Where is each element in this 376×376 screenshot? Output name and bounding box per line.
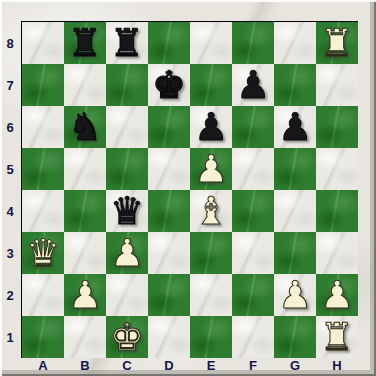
square-b5[interactable] (64, 148, 106, 190)
file-label-d: D (148, 357, 190, 373)
square-b1[interactable] (64, 316, 106, 358)
square-a4[interactable] (22, 190, 64, 232)
square-h3[interactable] (316, 232, 358, 274)
square-d3[interactable] (148, 232, 190, 274)
square-e6[interactable]: ♟ (190, 106, 232, 148)
square-f6[interactable] (232, 106, 274, 148)
square-a7[interactable] (22, 64, 64, 106)
square-c5[interactable] (106, 148, 148, 190)
piece-white-pawn[interactable]: ♟ (316, 274, 358, 316)
square-f3[interactable] (232, 232, 274, 274)
square-d7[interactable]: ♚ (148, 64, 190, 106)
piece-black-queen[interactable]: ♛ (106, 190, 148, 232)
square-c3[interactable]: ♟ (106, 232, 148, 274)
square-c8[interactable]: ♜ (106, 22, 148, 64)
square-e1[interactable] (190, 316, 232, 358)
square-a3[interactable]: ♛ (22, 232, 64, 274)
piece-white-bishop[interactable]: ♝ (190, 190, 232, 232)
piece-white-king[interactable]: ♚ (106, 316, 148, 358)
square-b4[interactable] (64, 190, 106, 232)
piece-white-pawn[interactable]: ♟ (190, 148, 232, 190)
file-label-g: G (274, 357, 316, 373)
square-h6[interactable] (316, 106, 358, 148)
piece-black-rook[interactable]: ♜ (106, 22, 148, 64)
square-f4[interactable] (232, 190, 274, 232)
square-h4[interactable] (316, 190, 358, 232)
square-h2[interactable]: ♟ (316, 274, 358, 316)
square-b2[interactable]: ♟ (64, 274, 106, 316)
square-g5[interactable] (274, 148, 316, 190)
file-label-c: C (106, 357, 148, 373)
piece-white-pawn[interactable]: ♟ (106, 232, 148, 274)
piece-black-pawn[interactable]: ♟ (190, 106, 232, 148)
file-label-b: B (64, 357, 106, 373)
square-b8[interactable]: ♜ (64, 22, 106, 64)
chessboard-frame: 87654321 ♜♜♜♚♟♞♟♟♟♛♝♛♟♟♟♟♚♜ ABCDEFGH (0, 0, 376, 376)
rank-label-3: 3 (0, 232, 20, 274)
piece-black-rook[interactable]: ♜ (64, 22, 106, 64)
rank-label-4: 4 (0, 190, 20, 232)
rank-labels: 87654321 (0, 22, 20, 358)
square-b6[interactable]: ♞ (64, 106, 106, 148)
square-d4[interactable] (148, 190, 190, 232)
rank-label-6: 6 (0, 106, 20, 148)
rank-label-5: 5 (0, 148, 20, 190)
square-e7[interactable] (190, 64, 232, 106)
square-e2[interactable] (190, 274, 232, 316)
piece-white-rook[interactable]: ♜ (316, 316, 358, 358)
square-g1[interactable] (274, 316, 316, 358)
square-c4[interactable]: ♛ (106, 190, 148, 232)
square-c7[interactable] (106, 64, 148, 106)
square-a8[interactable] (22, 22, 64, 64)
square-c2[interactable] (106, 274, 148, 316)
square-g6[interactable]: ♟ (274, 106, 316, 148)
square-f5[interactable] (232, 148, 274, 190)
square-d6[interactable] (148, 106, 190, 148)
piece-white-queen[interactable]: ♛ (22, 232, 64, 274)
rank-label-7: 7 (0, 64, 20, 106)
piece-black-king[interactable]: ♚ (148, 64, 190, 106)
rank-label-2: 2 (0, 274, 20, 316)
square-d2[interactable] (148, 274, 190, 316)
square-g7[interactable] (274, 64, 316, 106)
square-d8[interactable] (148, 22, 190, 64)
square-a6[interactable] (22, 106, 64, 148)
square-e8[interactable] (190, 22, 232, 64)
file-label-h: H (316, 357, 358, 373)
square-g4[interactable] (274, 190, 316, 232)
square-g8[interactable] (274, 22, 316, 64)
square-f1[interactable] (232, 316, 274, 358)
square-f2[interactable] (232, 274, 274, 316)
square-c6[interactable] (106, 106, 148, 148)
square-b3[interactable] (64, 232, 106, 274)
rank-label-1: 1 (0, 316, 20, 358)
piece-black-pawn[interactable]: ♟ (274, 106, 316, 148)
square-g3[interactable] (274, 232, 316, 274)
file-label-f: F (232, 357, 274, 373)
square-f8[interactable] (232, 22, 274, 64)
square-a1[interactable] (22, 316, 64, 358)
square-h7[interactable] (316, 64, 358, 106)
piece-black-knight[interactable]: ♞ (64, 106, 106, 148)
file-label-e: E (190, 357, 232, 373)
square-h8[interactable]: ♜ (316, 22, 358, 64)
square-e4[interactable]: ♝ (190, 190, 232, 232)
piece-white-rook[interactable]: ♜ (316, 22, 358, 64)
square-b7[interactable] (64, 64, 106, 106)
file-label-a: A (22, 357, 64, 373)
square-d1[interactable] (148, 316, 190, 358)
square-e5[interactable]: ♟ (190, 148, 232, 190)
square-d5[interactable] (148, 148, 190, 190)
square-h5[interactable] (316, 148, 358, 190)
piece-white-pawn[interactable]: ♟ (64, 274, 106, 316)
piece-white-pawn[interactable]: ♟ (274, 274, 316, 316)
chess-board: ♜♜♜♚♟♞♟♟♟♛♝♛♟♟♟♟♚♜ (21, 21, 358, 358)
square-a2[interactable] (22, 274, 64, 316)
square-g2[interactable]: ♟ (274, 274, 316, 316)
square-f7[interactable]: ♟ (232, 64, 274, 106)
file-labels: ABCDEFGH (22, 357, 358, 373)
rank-label-8: 8 (0, 22, 20, 64)
square-c1[interactable]: ♚ (106, 316, 148, 358)
square-e3[interactable] (190, 232, 232, 274)
square-a5[interactable] (22, 148, 64, 190)
square-h1[interactable]: ♜ (316, 316, 358, 358)
piece-black-pawn[interactable]: ♟ (232, 64, 274, 106)
